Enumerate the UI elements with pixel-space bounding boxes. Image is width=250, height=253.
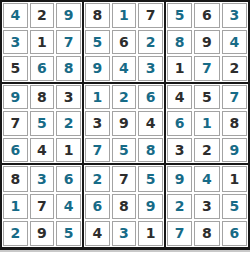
box-1-1: 429317568 xyxy=(2,2,84,84)
cell-r6c4[interactable]: 7 xyxy=(85,138,110,163)
cell-r3c6[interactable]: 3 xyxy=(138,56,163,81)
cell-r3c3[interactable]: 8 xyxy=(56,56,81,81)
cell-r3c5[interactable]: 4 xyxy=(112,56,137,81)
cell-r2c7[interactable]: 8 xyxy=(167,30,192,55)
cell-r7c2[interactable]: 3 xyxy=(30,166,55,191)
cell-r8c9[interactable]: 5 xyxy=(222,194,247,219)
cell-r3c1[interactable]: 5 xyxy=(3,56,28,81)
cell-r9c9[interactable]: 6 xyxy=(222,221,247,246)
cell-r5c9[interactable]: 8 xyxy=(222,111,247,136)
cell-r9c3[interactable]: 5 xyxy=(56,221,81,246)
box-1-3: 563894172 xyxy=(166,2,248,84)
cell-r8c2[interactable]: 7 xyxy=(30,194,55,219)
box-2-1: 983752641 xyxy=(2,84,84,166)
cell-r4c2[interactable]: 8 xyxy=(30,85,55,110)
box-1-2: 817562943 xyxy=(84,2,166,84)
cell-r1c6[interactable]: 7 xyxy=(138,3,163,28)
cell-r2c4[interactable]: 5 xyxy=(85,30,110,55)
cell-r2c5[interactable]: 6 xyxy=(112,30,137,55)
cell-r7c3[interactable]: 6 xyxy=(56,166,81,191)
box-2-3: 457618329 xyxy=(166,84,248,166)
box-3-1: 836174295 xyxy=(2,165,84,247)
cell-r1c5[interactable]: 1 xyxy=(112,3,137,28)
cell-r6c2[interactable]: 4 xyxy=(30,138,55,163)
cell-r6c3[interactable]: 1 xyxy=(56,138,81,163)
cell-r5c2[interactable]: 5 xyxy=(30,111,55,136)
cell-r7c8[interactable]: 4 xyxy=(194,166,219,191)
cell-r7c9[interactable]: 1 xyxy=(222,166,247,191)
cell-r7c6[interactable]: 5 xyxy=(138,166,163,191)
cell-r8c7[interactable]: 2 xyxy=(167,194,192,219)
cell-r3c7[interactable]: 1 xyxy=(167,56,192,81)
cell-r9c2[interactable]: 9 xyxy=(30,221,55,246)
box-3-2: 275689431 xyxy=(84,165,166,247)
cell-r8c4[interactable]: 6 xyxy=(85,194,110,219)
sudoku-board: 4293175688175629435638941729837526411263… xyxy=(0,0,250,250)
cell-r2c9[interactable]: 4 xyxy=(222,30,247,55)
cell-r1c3[interactable]: 9 xyxy=(56,3,81,28)
cell-r1c7[interactable]: 5 xyxy=(167,3,192,28)
cell-r2c3[interactable]: 7 xyxy=(56,30,81,55)
cell-r5c4[interactable]: 3 xyxy=(85,111,110,136)
cell-r9c1[interactable]: 2 xyxy=(3,221,28,246)
cell-r4c9[interactable]: 7 xyxy=(222,85,247,110)
cell-r5c3[interactable]: 2 xyxy=(56,111,81,136)
cell-r8c8[interactable]: 3 xyxy=(194,194,219,219)
cell-r5c1[interactable]: 7 xyxy=(3,111,28,136)
cell-r8c1[interactable]: 1 xyxy=(3,194,28,219)
cell-r1c8[interactable]: 6 xyxy=(194,3,219,28)
cell-r2c2[interactable]: 1 xyxy=(30,30,55,55)
cell-r6c9[interactable]: 9 xyxy=(222,138,247,163)
cell-r4c5[interactable]: 2 xyxy=(112,85,137,110)
cell-r3c2[interactable]: 6 xyxy=(30,56,55,81)
cell-r7c5[interactable]: 7 xyxy=(112,166,137,191)
box-2-2: 126394758 xyxy=(84,84,166,166)
cell-r4c8[interactable]: 5 xyxy=(194,85,219,110)
cell-r4c3[interactable]: 3 xyxy=(56,85,81,110)
cell-r4c1[interactable]: 9 xyxy=(3,85,28,110)
cell-r5c8[interactable]: 1 xyxy=(194,111,219,136)
cell-r9c6[interactable]: 1 xyxy=(138,221,163,246)
cell-r1c2[interactable]: 2 xyxy=(30,3,55,28)
cell-r1c4[interactable]: 8 xyxy=(85,3,110,28)
cell-r3c8[interactable]: 7 xyxy=(194,56,219,81)
cell-r6c8[interactable]: 2 xyxy=(194,138,219,163)
cell-r5c5[interactable]: 9 xyxy=(112,111,137,136)
cell-r6c1[interactable]: 6 xyxy=(3,138,28,163)
cell-r1c9[interactable]: 3 xyxy=(222,3,247,28)
box-3-3: 941235786 xyxy=(166,165,248,247)
cell-r4c7[interactable]: 4 xyxy=(167,85,192,110)
cell-r5c6[interactable]: 4 xyxy=(138,111,163,136)
cell-r1c1[interactable]: 4 xyxy=(3,3,28,28)
cell-r8c5[interactable]: 8 xyxy=(112,194,137,219)
cell-r2c8[interactable]: 9 xyxy=(194,30,219,55)
cell-r2c1[interactable]: 3 xyxy=(3,30,28,55)
cell-r6c5[interactable]: 5 xyxy=(112,138,137,163)
cell-r9c8[interactable]: 8 xyxy=(194,221,219,246)
cell-r6c7[interactable]: 3 xyxy=(167,138,192,163)
cell-r2c6[interactable]: 2 xyxy=(138,30,163,55)
cell-r9c4[interactable]: 4 xyxy=(85,221,110,246)
cell-r9c5[interactable]: 3 xyxy=(112,221,137,246)
cell-r4c6[interactable]: 6 xyxy=(138,85,163,110)
cell-r7c4[interactable]: 2 xyxy=(85,166,110,191)
cell-r7c1[interactable]: 8 xyxy=(3,166,28,191)
cell-r3c4[interactable]: 9 xyxy=(85,56,110,81)
cell-r6c6[interactable]: 8 xyxy=(138,138,163,163)
cell-r5c7[interactable]: 6 xyxy=(167,111,192,136)
cell-r8c3[interactable]: 4 xyxy=(56,194,81,219)
cell-r7c7[interactable]: 9 xyxy=(167,166,192,191)
cell-r4c4[interactable]: 1 xyxy=(85,85,110,110)
cell-r3c9[interactable]: 2 xyxy=(222,56,247,81)
cell-r8c6[interactable]: 9 xyxy=(138,194,163,219)
cell-r9c7[interactable]: 7 xyxy=(167,221,192,246)
